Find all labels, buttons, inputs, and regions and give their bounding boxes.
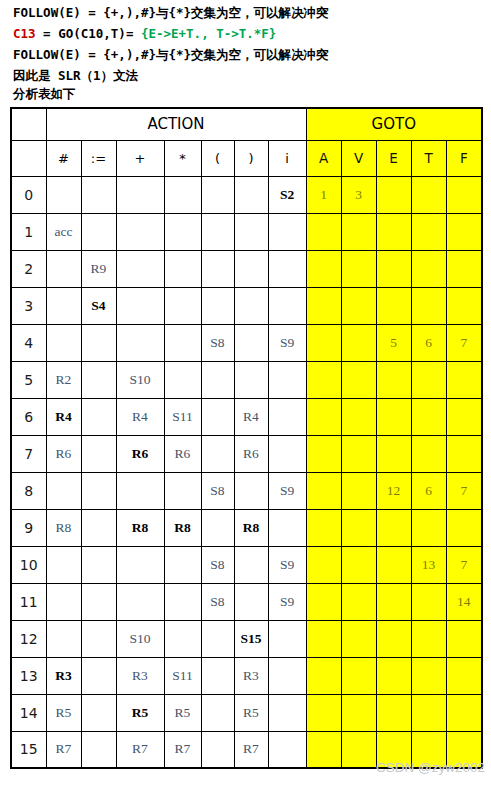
action-cell-14-#: R5	[46, 694, 81, 731]
action-cell-13-#: R3	[46, 657, 81, 694]
goto-cell-5-A	[306, 361, 341, 398]
goto-cell-6-A	[306, 398, 341, 435]
table-row-14: 14R5R5R5R5	[11, 694, 482, 731]
action-cell-11-+	[116, 583, 164, 620]
goto-cell-7-E	[376, 435, 411, 472]
action-cell-0-:=	[81, 176, 116, 213]
action-cell-4-+	[116, 324, 164, 361]
terminal-header-5: )	[234, 140, 268, 176]
csdn-watermark: CSDN @zyw2002	[376, 760, 485, 775]
goto-cell-11-A	[306, 583, 341, 620]
action-cell-2-i	[268, 250, 306, 287]
table-row-1: 1acc	[11, 213, 482, 250]
goto-cell-5-E	[376, 361, 411, 398]
action-cell-8-+	[116, 472, 164, 509]
goto-cell-13-A	[306, 657, 341, 694]
action-cell-3-(	[201, 287, 234, 324]
table-row-2: 2R9	[11, 250, 482, 287]
action-cell-14-): R5	[234, 694, 268, 731]
action-cell-11-)	[234, 583, 268, 620]
action-cell-12-*	[164, 620, 201, 657]
goto-cell-3-T	[411, 287, 446, 324]
table-caption-line: 分析表如下	[13, 86, 329, 101]
slr1-parsing-table: ACTION GOTO #:=+*()iAVETF 0S2131acc2R93S…	[10, 107, 483, 769]
symbol-header-row: #:=+*()iAVETF	[11, 140, 482, 176]
action-cell-15-i	[268, 731, 306, 768]
goto-cell-1-A	[306, 213, 341, 250]
action-cell-0-(	[201, 176, 234, 213]
state-label-10: 10	[11, 546, 46, 583]
action-cell-10-:=	[81, 546, 116, 583]
action-cell-2-:=: R9	[81, 250, 116, 287]
action-cell-4-)	[234, 324, 268, 361]
conclusion-line: 因此是 SLR（1）文法	[13, 68, 329, 83]
table-row-9: 9R8R8R8R8	[11, 509, 482, 546]
state-label-9: 9	[11, 509, 46, 546]
goto-cell-6-V	[341, 398, 376, 435]
action-cell-14-*: R5	[164, 694, 201, 731]
goto-cell-4-T: 6	[411, 324, 446, 361]
nonterminal-header-T: T	[411, 140, 446, 176]
goto-cell-3-E	[376, 287, 411, 324]
goto-cell-8-V	[341, 472, 376, 509]
table-row-0: 0S213	[11, 176, 482, 213]
goto-cell-8-T: 6	[411, 472, 446, 509]
goto-cell-7-F	[446, 435, 482, 472]
goto-cell-12-V	[341, 620, 376, 657]
goto-cell-11-E	[376, 583, 411, 620]
action-cell-7-*: R6	[164, 435, 201, 472]
goto-cell-1-F	[446, 213, 482, 250]
goto-cell-10-T: 13	[411, 546, 446, 583]
action-cell-14-:=	[81, 694, 116, 731]
nonterminal-header-E: E	[376, 140, 411, 176]
table-row-13: 13R3R3S11R3	[11, 657, 482, 694]
terminal-header-0: #	[46, 140, 81, 176]
goto-cell-8-A	[306, 472, 341, 509]
action-cell-6-i	[268, 398, 306, 435]
action-cell-13-i	[268, 657, 306, 694]
goto-cell-11-T	[411, 583, 446, 620]
goto-cell-10-E	[376, 546, 411, 583]
goto-cell-10-A	[306, 546, 341, 583]
action-cell-3-+	[116, 287, 164, 324]
action-cell-9-+: R8	[116, 509, 164, 546]
action-cell-10-*	[164, 546, 201, 583]
action-cell-9-i	[268, 509, 306, 546]
action-cell-1-*	[164, 213, 201, 250]
goto-cell-3-A	[306, 287, 341, 324]
goto-cell-8-E: 12	[376, 472, 411, 509]
goto-cell-5-V	[341, 361, 376, 398]
goto-cell-12-A	[306, 620, 341, 657]
goto-cell-9-E	[376, 509, 411, 546]
action-cell-3-*	[164, 287, 201, 324]
action-cell-0-*	[164, 176, 201, 213]
action-cell-2-)	[234, 250, 268, 287]
action-header: ACTION	[46, 108, 306, 140]
action-cell-4-i: S9	[268, 324, 306, 361]
action-cell-0-)	[234, 176, 268, 213]
action-cell-2-#	[46, 250, 81, 287]
goto-cell-14-T	[411, 694, 446, 731]
state-label-2: 2	[11, 250, 46, 287]
action-cell-11-*	[164, 583, 201, 620]
action-cell-15-:=	[81, 731, 116, 768]
action-cell-9-:=	[81, 509, 116, 546]
state-label-5: 5	[11, 361, 46, 398]
goto-cell-14-A	[306, 694, 341, 731]
goto-cell-0-E	[376, 176, 411, 213]
action-cell-7-i	[268, 435, 306, 472]
state-label-12: 12	[11, 620, 46, 657]
action-cell-15-+: R7	[116, 731, 164, 768]
action-cell-1-)	[234, 213, 268, 250]
action-cell-2-+	[116, 250, 164, 287]
action-cell-2-*	[164, 250, 201, 287]
terminal-header-6: i	[268, 140, 306, 176]
action-cell-8-*	[164, 472, 201, 509]
action-cell-14-i	[268, 694, 306, 731]
goto-expression: = GO(C10,T)=	[36, 26, 141, 41]
action-cell-8-i: S9	[268, 472, 306, 509]
action-cell-0-i: S2	[268, 176, 306, 213]
terminal-header-3: *	[164, 140, 201, 176]
action-cell-7-): R6	[234, 435, 268, 472]
item-set: {E->E+T., T->T.*F}	[141, 26, 276, 41]
goto-cell-9-A	[306, 509, 341, 546]
goto-cell-3-V	[341, 287, 376, 324]
goto-cell-2-V	[341, 250, 376, 287]
action-cell-6-(	[201, 398, 234, 435]
goto-cell-7-T	[411, 435, 446, 472]
action-cell-13-): R3	[234, 657, 268, 694]
state-label-6: 6	[11, 398, 46, 435]
nonterminal-header-A: A	[306, 140, 341, 176]
action-cell-6-+: R4	[116, 398, 164, 435]
action-cell-11-(: S8	[201, 583, 234, 620]
action-cell-12-#	[46, 620, 81, 657]
action-cell-6-:=	[81, 398, 116, 435]
goto-cell-15-V	[341, 731, 376, 768]
follow-set-line-1: FOLLOW(E) = {+,),#}与{*}交集为空，可以解决冲突	[13, 5, 329, 20]
action-cell-15-#: R7	[46, 731, 81, 768]
goto-cell-12-E	[376, 620, 411, 657]
action-cell-12-(	[201, 620, 234, 657]
goto-cell-7-V	[341, 435, 376, 472]
table-row-10: 10S8S9137	[11, 546, 482, 583]
state-label-4: 4	[11, 324, 46, 361]
goto-cell-10-V	[341, 546, 376, 583]
action-cell-1-#: acc	[46, 213, 81, 250]
state-label-7: 7	[11, 435, 46, 472]
action-cell-12-+: S10	[116, 620, 164, 657]
action-cell-1-+	[116, 213, 164, 250]
table-row-8: 8S8S91267	[11, 472, 482, 509]
c13-goto-line: C13 = GO(C10,T)= {E->E+T., T->T.*F}	[13, 26, 329, 41]
c13-label: C13	[13, 26, 36, 41]
action-cell-3-)	[234, 287, 268, 324]
goto-cell-1-V	[341, 213, 376, 250]
action-cell-5-)	[234, 361, 268, 398]
action-cell-5-#: R2	[46, 361, 81, 398]
action-cell-9-*: R8	[164, 509, 201, 546]
action-cell-4-(: S8	[201, 324, 234, 361]
table-row-7: 7R6R6R6R6	[11, 435, 482, 472]
action-cell-5-*	[164, 361, 201, 398]
action-cell-2-(	[201, 250, 234, 287]
goto-cell-2-F	[446, 250, 482, 287]
goto-cell-12-F	[446, 620, 482, 657]
state-label-13: 13	[11, 657, 46, 694]
action-cell-8-:=	[81, 472, 116, 509]
action-cell-12-i	[268, 620, 306, 657]
action-cell-5-:=	[81, 361, 116, 398]
goto-cell-2-A	[306, 250, 341, 287]
goto-cell-10-F: 7	[446, 546, 482, 583]
goto-cell-4-V	[341, 324, 376, 361]
action-cell-7-:=	[81, 435, 116, 472]
action-cell-6-*: S11	[164, 398, 201, 435]
goto-cell-9-V	[341, 509, 376, 546]
action-cell-13-*: S11	[164, 657, 201, 694]
table-row-11: 11S8S914	[11, 583, 482, 620]
action-cell-7-#: R6	[46, 435, 81, 472]
goto-cell-1-T	[411, 213, 446, 250]
action-cell-14-(	[201, 694, 234, 731]
goto-cell-1-E	[376, 213, 411, 250]
action-cell-9-#: R8	[46, 509, 81, 546]
action-cell-1-(	[201, 213, 234, 250]
goto-cell-0-A: 1	[306, 176, 341, 213]
action-cell-10-+	[116, 546, 164, 583]
goto-cell-14-V	[341, 694, 376, 731]
goto-cell-14-E	[376, 694, 411, 731]
action-cell-12-): S15	[234, 620, 268, 657]
action-cell-7-+: R6	[116, 435, 164, 472]
action-cell-13-(	[201, 657, 234, 694]
goto-cell-11-F: 14	[446, 583, 482, 620]
action-cell-13-:=	[81, 657, 116, 694]
action-cell-3-:=: S4	[81, 287, 116, 324]
action-cell-4-#	[46, 324, 81, 361]
action-cell-3-#	[46, 287, 81, 324]
nonterminal-header-V: V	[341, 140, 376, 176]
nonterminal-header-F: F	[446, 140, 482, 176]
goto-cell-0-F	[446, 176, 482, 213]
goto-cell-5-T	[411, 361, 446, 398]
goto-cell-6-E	[376, 398, 411, 435]
goto-cell-9-T	[411, 509, 446, 546]
goto-cell-4-A	[306, 324, 341, 361]
goto-cell-12-T	[411, 620, 446, 657]
state-label-0: 0	[11, 176, 46, 213]
terminal-header-2: +	[116, 140, 164, 176]
goto-cell-2-E	[376, 250, 411, 287]
action-cell-11-i: S9	[268, 583, 306, 620]
action-cell-0-+	[116, 176, 164, 213]
group-header-row: ACTION GOTO	[11, 108, 482, 140]
state-label-1: 1	[11, 213, 46, 250]
action-cell-11-:=	[81, 583, 116, 620]
state-label-3: 3	[11, 287, 46, 324]
goto-cell-3-F	[446, 287, 482, 324]
action-cell-14-+: R5	[116, 694, 164, 731]
action-cell-8-(: S8	[201, 472, 234, 509]
table-row-6: 6R4R4S11R4	[11, 398, 482, 435]
corner-cell	[11, 108, 46, 140]
action-cell-10-)	[234, 546, 268, 583]
goto-cell-13-E	[376, 657, 411, 694]
goto-cell-15-A	[306, 731, 341, 768]
goto-cell-13-V	[341, 657, 376, 694]
goto-cell-7-A	[306, 435, 341, 472]
state-label-11: 11	[11, 583, 46, 620]
action-cell-1-i	[268, 213, 306, 250]
goto-cell-6-F	[446, 398, 482, 435]
notes-text-block: FOLLOW(E) = {+,),#}与{*}交集为空，可以解决冲突 C13 =…	[13, 5, 329, 104]
action-cell-15-(	[201, 731, 234, 768]
action-cell-9-(	[201, 509, 234, 546]
action-cell-0-#	[46, 176, 81, 213]
state-label-8: 8	[11, 472, 46, 509]
action-cell-4-:=	[81, 324, 116, 361]
action-cell-5-(	[201, 361, 234, 398]
goto-cell-4-F: 7	[446, 324, 482, 361]
goto-cell-8-F: 7	[446, 472, 482, 509]
goto-header: GOTO	[306, 108, 482, 140]
action-cell-3-i	[268, 287, 306, 324]
action-cell-11-#	[46, 583, 81, 620]
action-cell-8-)	[234, 472, 268, 509]
goto-cell-13-F	[446, 657, 482, 694]
action-cell-12-:=	[81, 620, 116, 657]
goto-cell-11-V	[341, 583, 376, 620]
action-cell-15-): R7	[234, 731, 268, 768]
action-cell-15-*: R7	[164, 731, 201, 768]
state-label-15: 15	[11, 731, 46, 768]
terminal-header-1: :=	[81, 140, 116, 176]
action-cell-7-(	[201, 435, 234, 472]
action-cell-9-): R8	[234, 509, 268, 546]
goto-cell-13-T	[411, 657, 446, 694]
action-cell-4-*	[164, 324, 201, 361]
table-row-4: 4S8S9567	[11, 324, 482, 361]
table-row-3: 3S4	[11, 287, 482, 324]
action-cell-6-#: R4	[46, 398, 81, 435]
state-column-header	[11, 140, 46, 176]
action-cell-10-i: S9	[268, 546, 306, 583]
goto-cell-0-V: 3	[341, 176, 376, 213]
action-cell-8-#	[46, 472, 81, 509]
action-cell-5-+: S10	[116, 361, 164, 398]
action-cell-10-(: S8	[201, 546, 234, 583]
state-label-14: 14	[11, 694, 46, 731]
goto-cell-0-T	[411, 176, 446, 213]
goto-cell-2-T	[411, 250, 446, 287]
action-cell-13-+: R3	[116, 657, 164, 694]
goto-cell-4-E: 5	[376, 324, 411, 361]
action-cell-6-): R4	[234, 398, 268, 435]
action-cell-10-#	[46, 546, 81, 583]
action-cell-1-:=	[81, 213, 116, 250]
follow-set-line-2: FOLLOW(E) = {+,),#}与{*}交集为空，可以解决冲突	[13, 47, 329, 62]
table-row-5: 5R2S10	[11, 361, 482, 398]
terminal-header-4: (	[201, 140, 234, 176]
table-row-12: 12S10S15	[11, 620, 482, 657]
goto-cell-9-F	[446, 509, 482, 546]
action-cell-5-i	[268, 361, 306, 398]
goto-cell-14-F	[446, 694, 482, 731]
goto-cell-6-T	[411, 398, 446, 435]
goto-cell-5-F	[446, 361, 482, 398]
